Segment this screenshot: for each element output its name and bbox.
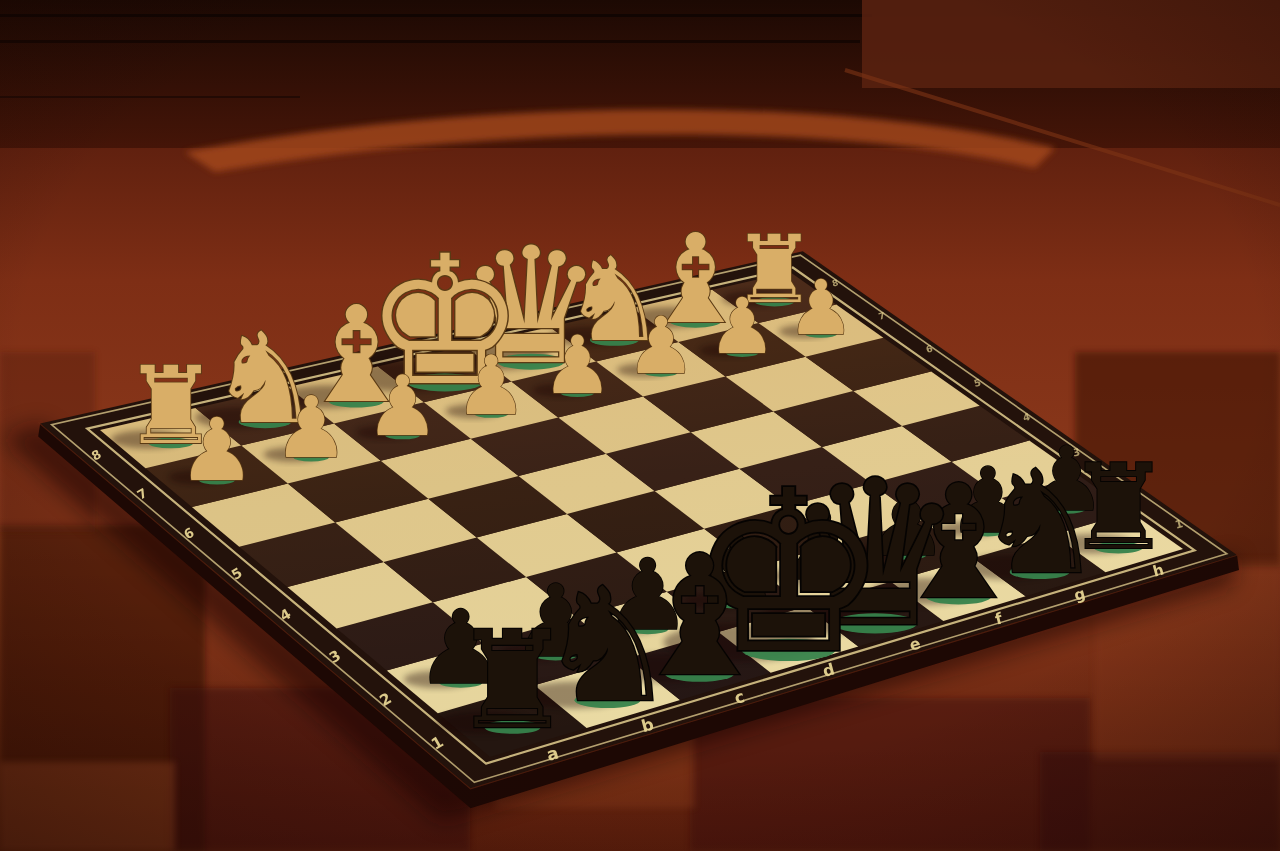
photo-vignette: [0, 0, 1280, 851]
chess-photo-scene: 12345678abcdefgh12345678♜♝♟♞♟♛♟♚♟♝♟♞♟♜♟♟…: [0, 0, 1280, 851]
scene-svg: 12345678abcdefgh12345678♜♝♟♞♟♛♟♚♟♝♟♞♟♜♟♟…: [0, 0, 1280, 851]
